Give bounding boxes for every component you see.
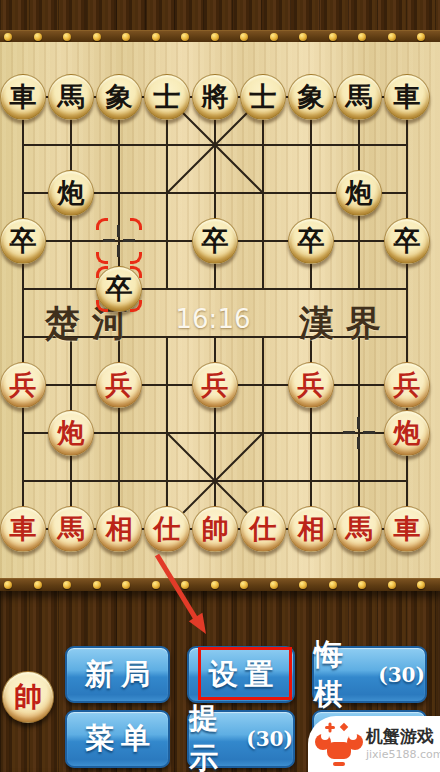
gold-stud [329, 581, 337, 589]
move-highlight-corners [95, 217, 143, 265]
gold-stud [211, 581, 219, 589]
piece-glyph: 士 [250, 83, 277, 110]
undo-label: 悔棋 [314, 635, 384, 715]
gold-stud [93, 581, 101, 589]
piece-glyph: 將 [202, 83, 229, 110]
settings-button[interactable]: 设置 [187, 646, 295, 703]
piece-black-士[interactable]: 士 [240, 74, 286, 120]
board-cell: 炮 [335, 169, 383, 217]
board-cell: 兵 [95, 361, 143, 409]
board-cell: 馬 [47, 505, 95, 553]
board-cell: 卒 [0, 217, 47, 265]
gold-stud [388, 33, 396, 41]
piece-glyph: 相 [106, 515, 133, 542]
piece-black-象[interactable]: 象 [96, 74, 142, 120]
piece-red-馬[interactable]: 馬 [336, 506, 382, 552]
piece-glyph: 士 [154, 83, 181, 110]
cross-marker-icon [335, 409, 383, 457]
piece-glyph: 炮 [58, 179, 85, 206]
gold-stud [181, 581, 189, 589]
gold-stud [152, 581, 160, 589]
board-cell: 車 [0, 73, 47, 121]
piece-red-帥[interactable]: 帥 [192, 506, 238, 552]
piece-black-馬[interactable]: 馬 [336, 74, 382, 120]
piece-glyph: 兵 [202, 371, 229, 398]
gold-stud [211, 33, 219, 41]
menu-button[interactable]: 菜单 [65, 710, 170, 768]
gold-stud [63, 33, 71, 41]
piece-black-象[interactable]: 象 [288, 74, 334, 120]
piece-glyph: 兵 [394, 371, 421, 398]
piece-black-將[interactable]: 將 [192, 74, 238, 120]
gold-stud [417, 581, 425, 589]
piece-red-兵[interactable]: 兵 [288, 362, 334, 408]
gold-stud [358, 33, 366, 41]
board-cell: 象 [287, 73, 335, 121]
piece-glyph: 兵 [10, 371, 37, 398]
board-cell: 兵 [191, 361, 239, 409]
gold-stud [4, 581, 12, 589]
turn-indicator-piece: 帥 [2, 671, 54, 723]
gold-stud [270, 33, 278, 41]
board-cell: 炮 [47, 169, 95, 217]
piece-red-兵[interactable]: 兵 [192, 362, 238, 408]
piece-grid: 車馬象士將士象馬車炮炮卒卒卒卒卒兵兵兵兵兵炮炮車馬相仕帥仕相馬車 [0, 73, 431, 553]
piece-black-車[interactable]: 車 [0, 74, 46, 120]
piece-glyph: 兵 [106, 371, 133, 398]
gold-stud [240, 581, 248, 589]
piece-black-車[interactable]: 車 [384, 74, 430, 120]
xiangqi-app-screen: 楚河 16:16 漢界 車馬象士將士象馬車炮炮卒卒卒卒卒兵兵兵兵兵炮炮車馬相仕帥… [0, 0, 440, 772]
undo-button[interactable]: 悔棋 (30) [312, 646, 427, 703]
watermark-url: jixie5188.com [366, 748, 440, 761]
piece-glyph: 相 [298, 515, 325, 542]
piece-black-馬[interactable]: 馬 [48, 74, 94, 120]
gold-stud [358, 581, 366, 589]
hint-label: 提示 [189, 699, 252, 772]
piece-glyph: 卒 [298, 227, 325, 254]
piece-glyph: 象 [298, 83, 325, 110]
xiangqi-board[interactable]: 楚河 16:16 漢界 車馬象士將士象馬車炮炮卒卒卒卒卒兵兵兵兵兵炮炮車馬相仕帥… [0, 42, 440, 578]
board-cell: 兵 [383, 361, 431, 409]
turn-indicator-glyph: 帥 [14, 678, 42, 716]
piece-glyph: 馬 [346, 515, 373, 542]
piece-glyph: 帥 [202, 515, 229, 542]
piece-glyph: 卒 [202, 227, 229, 254]
piece-black-士[interactable]: 士 [144, 74, 190, 120]
corner-bracket-marker [95, 217, 143, 265]
piece-black-卒[interactable]: 卒 [96, 266, 142, 312]
piece-glyph: 炮 [394, 419, 421, 446]
piece-red-馬[interactable]: 馬 [48, 506, 94, 552]
board-cell: 車 [383, 505, 431, 553]
gold-stud [63, 581, 71, 589]
board-cell: 仕 [143, 505, 191, 553]
piece-black-卒[interactable]: 卒 [192, 218, 238, 264]
piece-red-相[interactable]: 相 [288, 506, 334, 552]
piece-glyph: 車 [10, 515, 37, 542]
piece-black-卒[interactable]: 卒 [384, 218, 430, 264]
watermark: 机蟹游戏 jixie5188.com [308, 716, 440, 772]
crab-logo-icon [314, 720, 364, 768]
board-cell: 兵 [0, 361, 47, 409]
board-cell: 車 [383, 73, 431, 121]
piece-red-車[interactable]: 車 [384, 506, 430, 552]
piece-glyph: 馬 [58, 83, 85, 110]
board-cell: 兵 [287, 361, 335, 409]
piece-red-車[interactable]: 車 [0, 506, 46, 552]
hint-count: (30) [246, 727, 293, 751]
gold-stud [34, 33, 42, 41]
board-cell: 將 [191, 73, 239, 121]
board-cell: 卒 [191, 217, 239, 265]
new-game-label: 新局 [85, 655, 157, 695]
menu-label: 菜单 [85, 719, 157, 759]
piece-glyph: 兵 [298, 371, 325, 398]
board-cell: 馬 [335, 505, 383, 553]
piece-glyph: 卒 [10, 227, 37, 254]
piece-black-炮[interactable]: 炮 [336, 170, 382, 216]
piece-glyph: 車 [394, 515, 421, 542]
watermark-title: 机蟹游戏 [366, 725, 440, 748]
board-cell: 相 [95, 505, 143, 553]
settings-label: 设置 [209, 655, 281, 695]
piece-glyph: 馬 [58, 515, 85, 542]
gold-stud [122, 33, 130, 41]
board-cell: 卒 [287, 217, 335, 265]
piece-glyph: 卒 [106, 275, 133, 302]
gold-stud [388, 581, 396, 589]
board-cell: 馬 [47, 73, 95, 121]
hint-button[interactable]: 提示 (30) [187, 710, 295, 768]
gold-stud [181, 33, 189, 41]
wood-frame-top [0, 0, 440, 30]
piece-red-相[interactable]: 相 [96, 506, 142, 552]
piece-red-兵[interactable]: 兵 [96, 362, 142, 408]
piece-glyph: 炮 [346, 179, 373, 206]
gold-stud [299, 581, 307, 589]
board-cell: 象 [95, 73, 143, 121]
piece-glyph: 象 [106, 83, 133, 110]
piece-glyph: 馬 [346, 83, 373, 110]
stud-row-bottom [0, 578, 440, 592]
last-move-cross-marker [335, 409, 383, 457]
new-game-button[interactable]: 新局 [65, 646, 170, 703]
board-cell: 車 [0, 505, 47, 553]
board-cell: 帥 [191, 505, 239, 553]
piece-black-卒[interactable]: 卒 [0, 218, 46, 264]
piece-black-炮[interactable]: 炮 [48, 170, 94, 216]
undo-count: (30) [378, 663, 425, 687]
piece-glyph: 卒 [394, 227, 421, 254]
piece-black-卒[interactable]: 卒 [288, 218, 334, 264]
board-cell: 馬 [335, 73, 383, 121]
gold-stud [299, 33, 307, 41]
piece-glyph: 車 [10, 83, 37, 110]
piece-glyph: 車 [394, 83, 421, 110]
gold-stud [152, 33, 160, 41]
gold-stud [34, 581, 42, 589]
board-cell: 仕 [239, 505, 287, 553]
board-cell: 炮 [383, 409, 431, 457]
piece-red-兵[interactable]: 兵 [0, 362, 46, 408]
piece-glyph: 炮 [58, 419, 85, 446]
piece-red-炮[interactable]: 炮 [48, 410, 94, 456]
board-cell: 炮 [47, 409, 95, 457]
board-cell: 相 [287, 505, 335, 553]
piece-glyph: 仕 [154, 515, 181, 542]
piece-glyph: 仕 [250, 515, 277, 542]
piece-red-仕[interactable]: 仕 [240, 506, 286, 552]
board-cell: 士 [239, 73, 287, 121]
gold-stud [122, 581, 130, 589]
gold-stud [240, 33, 248, 41]
gold-stud [93, 33, 101, 41]
board-cell: 卒 [383, 217, 431, 265]
piece-red-仕[interactable]: 仕 [144, 506, 190, 552]
gold-stud [4, 33, 12, 41]
piece-red-兵[interactable]: 兵 [384, 362, 430, 408]
gold-stud [417, 33, 425, 41]
board-cell: 士 [143, 73, 191, 121]
gold-stud [270, 581, 278, 589]
gold-stud [329, 33, 337, 41]
piece-red-炮[interactable]: 炮 [384, 410, 430, 456]
